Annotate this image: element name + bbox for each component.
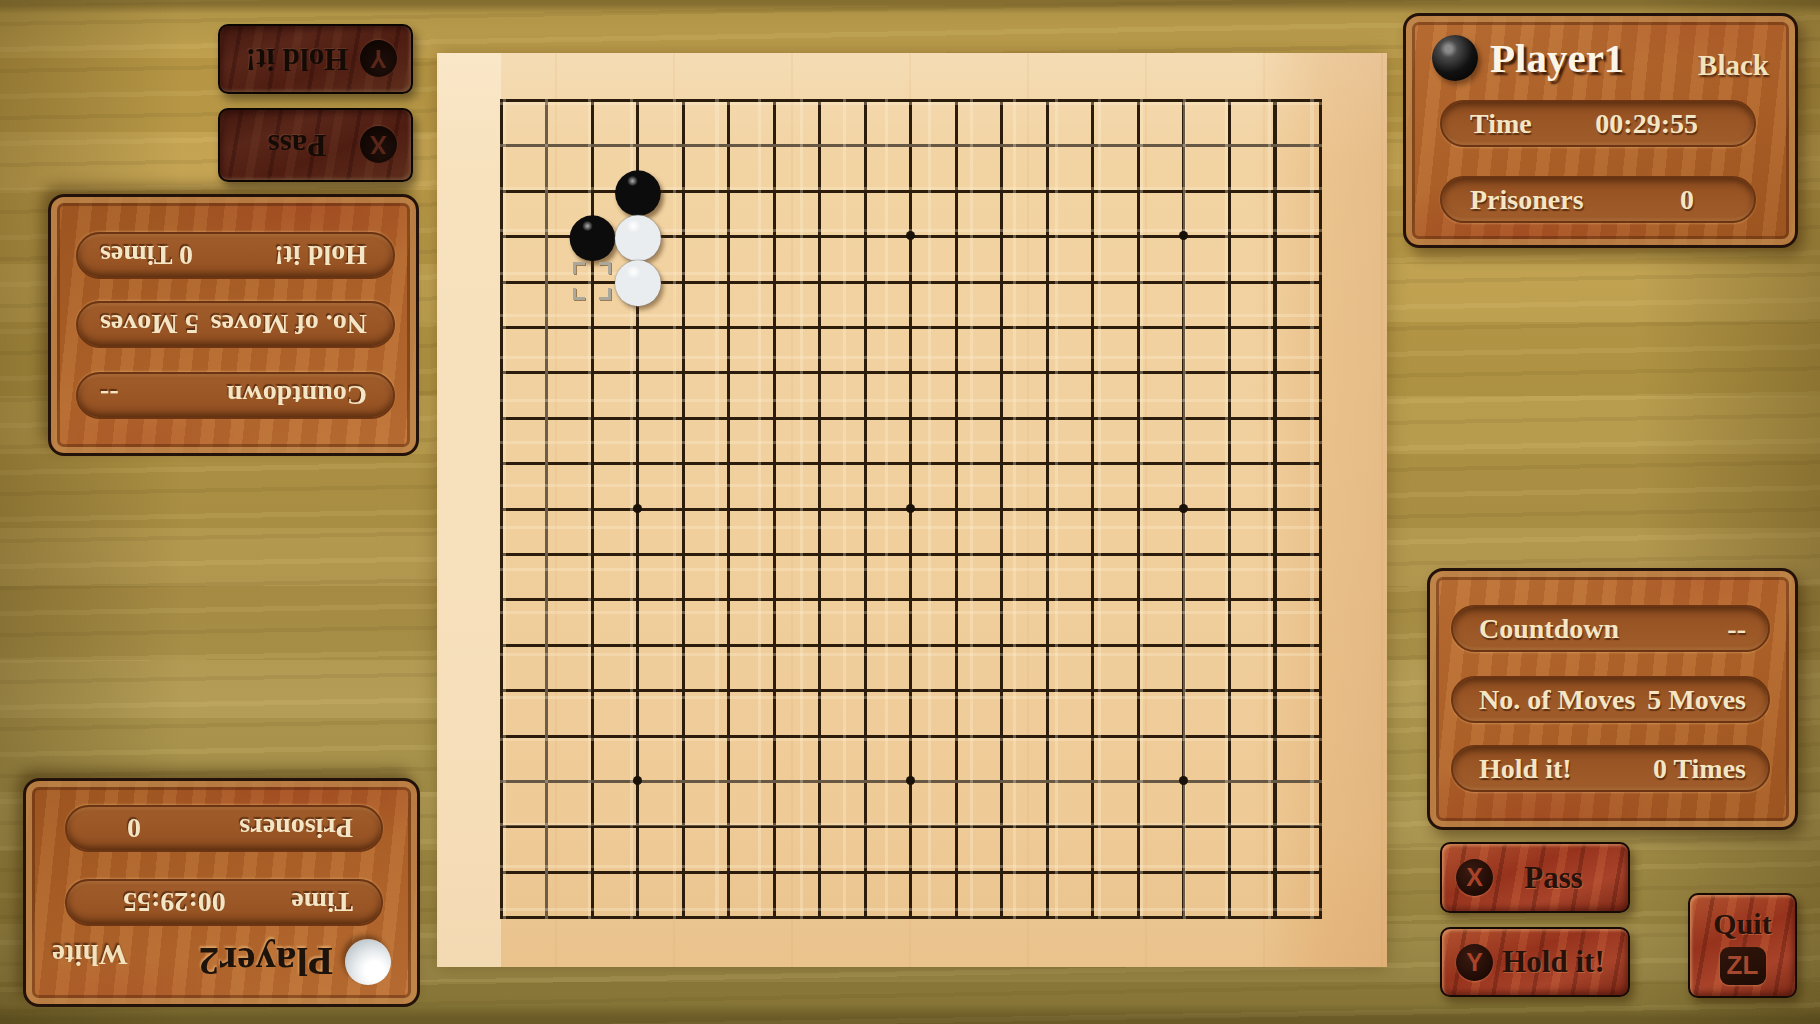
moves-label: No. of Moves (1479, 684, 1635, 716)
prisoners-value: 0 (1680, 184, 1694, 216)
countdown-value: -- (100, 380, 119, 412)
hold-label: Hold it! (1479, 753, 1572, 785)
player1-time-bar: Time 00:29:55 (1440, 100, 1756, 147)
black-stone: ● (570, 213, 615, 258)
player2-hold-button[interactable]: Y Hold it! (218, 24, 413, 94)
player2-time-bar: Time 00:29:55 (65, 879, 383, 926)
time-label: Time (291, 887, 353, 919)
time-value: 00:29:55 (1595, 108, 1698, 140)
board-surface[interactable]: ●●●● (479, 77, 1344, 940)
prisoners-label: Prisoners (1470, 184, 1584, 216)
moves-row: No. of Moves 5 Moves (76, 301, 395, 348)
white-stone: ● (615, 259, 660, 304)
time-value: 00:29:55 (123, 887, 226, 919)
star-point (1179, 231, 1188, 240)
player2-color-label: White (52, 936, 128, 971)
star-point (633, 776, 642, 785)
star-point (906, 231, 915, 240)
prisoners-value: 0 (127, 813, 141, 845)
quit-button[interactable]: Quit ZL (1688, 893, 1797, 998)
player2-stats-panel: Countdown -- No. of Moves 5 Moves Hold i… (48, 194, 419, 456)
player1-prisoners-bar: Prisoners 0 (1440, 176, 1756, 223)
countdown-label: Countdown (1479, 613, 1619, 645)
x-button-icon: X (1456, 859, 1493, 896)
countdown-value: -- (1727, 613, 1746, 645)
star-point (1179, 776, 1188, 785)
player2-header: Player2 White (52, 936, 391, 988)
player2-pass-button[interactable]: X Pass (218, 108, 413, 182)
black-stone-icon (1432, 35, 1478, 81)
countdown-row: Countdown -- (76, 372, 395, 419)
star-point (906, 504, 915, 513)
y-button-icon: Y (360, 41, 397, 78)
hold-button[interactable]: Y Hold it! (1440, 927, 1630, 997)
player2-name: Player2 (199, 938, 333, 986)
player1-name: Player1 (1490, 34, 1624, 82)
pass-button-label: Pass (234, 127, 360, 163)
hold-button-label: Hold it! (234, 41, 360, 77)
hold-row: Hold it! 0 Times (1451, 745, 1770, 792)
player1-panel: Player1 Black Time 00:29:55 Prisoners 0 (1403, 13, 1798, 248)
go-board: ●●●● (437, 53, 1387, 967)
hold-label: Hold it! (274, 240, 367, 272)
player2-panel: Player2 White Time 00:29:55 Prisoners 0 (23, 778, 420, 1007)
player1-header: Player1 Black (1432, 32, 1769, 84)
hold-row: Hold it! 0 Times (76, 232, 395, 279)
moves-label: No. of Moves (211, 309, 367, 341)
moves-row: No. of Moves 5 Moves (1451, 676, 1770, 723)
star-point (1179, 504, 1188, 513)
pass-button-label: Pass (1493, 860, 1614, 896)
x-button-icon: X (360, 127, 397, 164)
star-point (633, 504, 642, 513)
board-cursor (573, 262, 611, 300)
time-label: Time (1470, 108, 1532, 140)
countdown-row: Countdown -- (1451, 605, 1770, 652)
player2-prisoners-bar: Prisoners 0 (65, 805, 383, 852)
hold-button-label: Hold it! (1493, 944, 1614, 980)
player1-color-label: Black (1698, 49, 1769, 84)
moves-value: 5 Moves (100, 309, 199, 341)
star-point (906, 776, 915, 785)
quit-button-label: Quit (1713, 907, 1771, 941)
y-button-icon: Y (1456, 944, 1493, 981)
prisoners-label: Prisoners (239, 813, 353, 845)
countdown-label: Countdown (227, 380, 367, 412)
pass-button[interactable]: X Pass (1440, 842, 1630, 913)
hold-value: 0 Times (1653, 753, 1746, 785)
zl-button-icon: ZL (1720, 947, 1766, 985)
hold-value: 0 Times (100, 240, 193, 272)
moves-value: 5 Moves (1647, 684, 1746, 716)
player1-stats-panel: Countdown -- No. of Moves 5 Moves Hold i… (1427, 568, 1798, 830)
game-screen: ●●●● Player1 Black Time 00:29:55 Prisone… (0, 0, 1820, 1024)
white-stone-icon (345, 939, 391, 985)
